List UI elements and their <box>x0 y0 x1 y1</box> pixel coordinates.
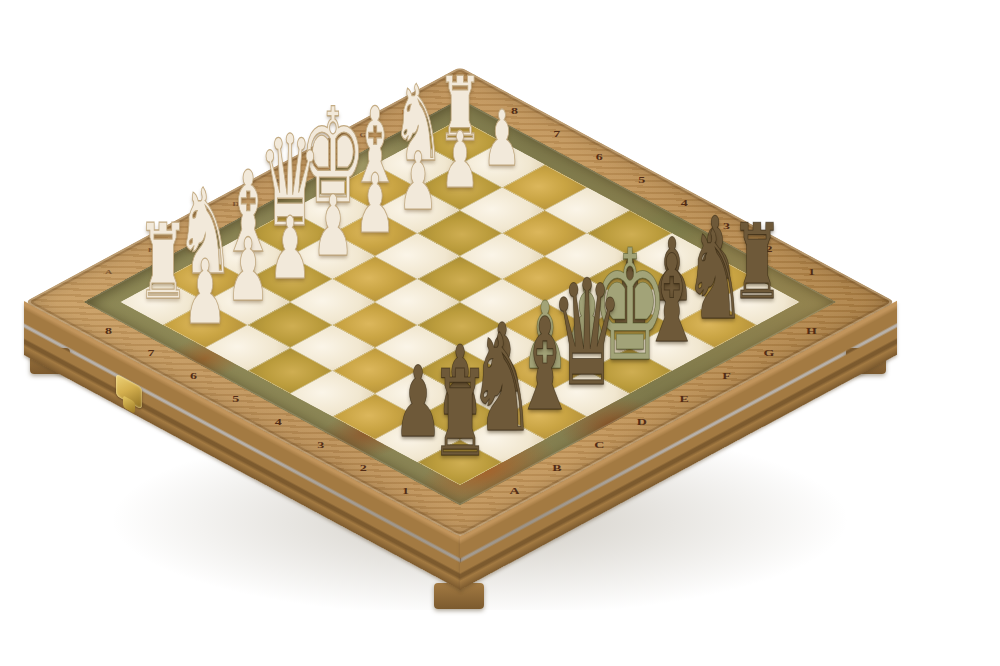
rank-label-left-7: 7 <box>147 350 154 359</box>
rank-label-right-5: 5 <box>638 177 645 186</box>
rank-label-left-8: 8 <box>105 327 112 336</box>
rank-label-right-2: 2 <box>766 245 773 254</box>
rank-label-right-7: 7 <box>553 131 560 140</box>
file-label-near-f: F <box>722 373 731 382</box>
file-label-far-b: B <box>148 247 155 253</box>
file-label-far-c: C <box>190 224 197 230</box>
rank-label-left-4: 4 <box>275 419 282 428</box>
file-label-near-g: G <box>764 350 775 359</box>
file-label-near-a: A <box>509 487 519 496</box>
rank-label-right-4: 4 <box>681 200 688 209</box>
rank-label-right-8: 8 <box>511 108 518 117</box>
rank-label-left-2: 2 <box>360 465 367 474</box>
file-label-far-a: A <box>105 270 112 276</box>
file-label-far-f: F <box>318 155 324 161</box>
file-label-far-d: D <box>232 201 239 207</box>
file-label-near-h: H <box>806 327 817 336</box>
rank-label-left-3: 3 <box>317 442 324 451</box>
file-label-far-e: E <box>275 178 282 184</box>
rank-label-left-5: 5 <box>232 396 239 405</box>
file-label-near-c: C <box>594 442 604 451</box>
file-label-near-b: B <box>552 465 561 474</box>
rank-label-left-6: 6 <box>190 373 197 382</box>
rank-label-left-1: 1 <box>402 487 409 496</box>
file-label-near-e: E <box>679 396 688 405</box>
file-label-far-g: G <box>359 132 367 138</box>
rank-label-right-1: 1 <box>808 268 815 277</box>
chess-set-photo: 88AA77BB66CC55DD44EE33FF22GG11HH ♜♞♝♛♚♝♞… <box>0 0 1000 666</box>
file-label-near-d: D <box>637 419 647 428</box>
rank-label-right-3: 3 <box>723 222 730 231</box>
rank-label-right-6: 6 <box>596 154 603 163</box>
brass-latch[interactable] <box>116 373 142 409</box>
file-label-far-h: H <box>402 109 410 115</box>
